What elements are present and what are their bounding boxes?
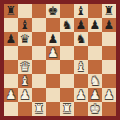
white-bishop-icon: ♝	[76, 60, 87, 74]
square-a8[interactable]: ♜	[4, 4, 18, 18]
black-rook-icon: ♜	[104, 4, 115, 18]
square-f7[interactable]: ♟	[74, 18, 88, 32]
chess-board[interactable]: ♜♚♝♜♝♞♟♟♟♟♛♟♞♟♛♝♝♞♟♟♟♟♟♜♜♚	[4, 4, 116, 116]
black-pawn-icon: ♟	[90, 18, 101, 32]
square-b6[interactable]: ♛	[18, 32, 32, 46]
square-c5[interactable]	[32, 46, 46, 60]
square-f4[interactable]: ♝	[74, 60, 88, 74]
white-pawn-icon: ♟	[6, 88, 17, 102]
square-b4[interactable]: ♛	[18, 60, 32, 74]
square-a1[interactable]	[4, 102, 18, 116]
square-a4[interactable]	[4, 60, 18, 74]
square-c4[interactable]	[32, 60, 46, 74]
square-d8[interactable]: ♚	[46, 4, 60, 18]
white-queen-icon: ♛	[20, 60, 31, 74]
square-e2[interactable]	[60, 88, 74, 102]
black-pawn-icon: ♟	[104, 18, 115, 32]
white-rook-icon: ♜	[62, 102, 73, 116]
square-g5[interactable]	[88, 46, 102, 60]
square-h8[interactable]: ♜	[102, 4, 116, 18]
white-rook-icon: ♜	[34, 102, 45, 116]
black-rook-icon: ♜	[6, 4, 17, 18]
black-queen-icon: ♛	[20, 32, 31, 46]
square-c2[interactable]	[32, 88, 46, 102]
square-e8[interactable]	[60, 4, 74, 18]
square-a2[interactable]: ♟	[4, 88, 18, 102]
square-d4[interactable]	[46, 60, 60, 74]
black-knight-icon: ♞	[76, 32, 87, 46]
square-h5[interactable]	[102, 46, 116, 60]
white-pawn-icon: ♟	[76, 88, 87, 102]
white-king-icon: ♚	[90, 102, 101, 116]
square-e7[interactable]: ♞	[60, 18, 74, 32]
black-pawn-icon: ♟	[76, 18, 87, 32]
square-b1[interactable]	[18, 102, 32, 116]
white-pawn-icon: ♟	[90, 88, 101, 102]
square-b2[interactable]: ♟	[18, 88, 32, 102]
square-g3[interactable]: ♞	[88, 74, 102, 88]
square-h4[interactable]	[102, 60, 116, 74]
square-f6[interactable]: ♞	[74, 32, 88, 46]
square-g2[interactable]: ♟	[88, 88, 102, 102]
square-c3[interactable]	[32, 74, 46, 88]
square-f2[interactable]: ♟	[74, 88, 88, 102]
square-c1[interactable]: ♜	[32, 102, 46, 116]
square-e4[interactable]	[60, 60, 74, 74]
square-e1[interactable]: ♜	[60, 102, 74, 116]
white-pawn-icon: ♟	[20, 88, 31, 102]
square-f3[interactable]	[74, 74, 88, 88]
square-d5[interactable]: ♟	[46, 46, 60, 60]
white-pawn-icon: ♟	[48, 46, 59, 60]
square-d3[interactable]	[46, 74, 60, 88]
square-a3[interactable]	[4, 74, 18, 88]
square-d1[interactable]	[46, 102, 60, 116]
board-border: ♜♚♝♜♝♞♟♟♟♟♛♟♞♟♛♝♝♞♟♟♟♟♟♜♜♚	[0, 0, 120, 120]
black-pawn-icon: ♟	[48, 32, 59, 46]
chess-diagram: ♜♚♝♜♝♞♟♟♟♟♛♟♞♟♛♝♝♞♟♟♟♟♟♜♜♚	[0, 0, 120, 120]
white-knight-icon: ♞	[90, 74, 101, 88]
black-bishop-icon: ♝	[20, 18, 31, 32]
square-h2[interactable]: ♟	[102, 88, 116, 102]
square-h3[interactable]	[102, 74, 116, 88]
square-a5[interactable]	[4, 46, 18, 60]
square-g8[interactable]	[88, 4, 102, 18]
square-b3[interactable]: ♝	[18, 74, 32, 88]
square-c6[interactable]	[32, 32, 46, 46]
white-bishop-icon: ♝	[20, 74, 31, 88]
square-d7[interactable]	[46, 18, 60, 32]
square-c7[interactable]	[32, 18, 46, 32]
square-d6[interactable]: ♟	[46, 32, 60, 46]
square-h7[interactable]: ♟	[102, 18, 116, 32]
square-f5[interactable]	[74, 46, 88, 60]
black-pawn-icon: ♟	[6, 32, 17, 46]
white-pawn-icon: ♟	[104, 88, 115, 102]
square-a6[interactable]: ♟	[4, 32, 18, 46]
square-f8[interactable]: ♝	[74, 4, 88, 18]
square-c8[interactable]	[32, 4, 46, 18]
square-f1[interactable]	[74, 102, 88, 116]
square-d2[interactable]	[46, 88, 60, 102]
square-a7[interactable]	[4, 18, 18, 32]
black-knight-icon: ♞	[62, 18, 73, 32]
black-bishop-icon: ♝	[76, 4, 87, 18]
square-g4[interactable]	[88, 60, 102, 74]
square-e5[interactable]	[60, 46, 74, 60]
square-h1[interactable]	[102, 102, 116, 116]
black-king-icon: ♚	[48, 4, 59, 18]
square-g7[interactable]: ♟	[88, 18, 102, 32]
square-e6[interactable]	[60, 32, 74, 46]
square-g1[interactable]: ♚	[88, 102, 102, 116]
square-b7[interactable]: ♝	[18, 18, 32, 32]
square-e3[interactable]	[60, 74, 74, 88]
square-b8[interactable]	[18, 4, 32, 18]
square-h6[interactable]	[102, 32, 116, 46]
square-g6[interactable]	[88, 32, 102, 46]
square-b5[interactable]	[18, 46, 32, 60]
